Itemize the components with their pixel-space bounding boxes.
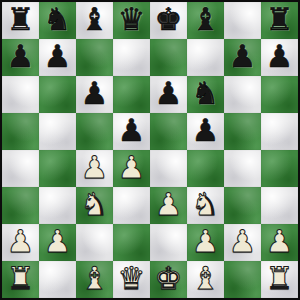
- square-c4[interactable]: ♟: [76, 150, 113, 187]
- square-b8[interactable]: ♞: [39, 2, 76, 39]
- piece-black-rook[interactable]: ♜: [266, 2, 294, 38]
- piece-black-pawn[interactable]: ♟: [81, 76, 109, 112]
- square-e6[interactable]: ♟: [150, 76, 187, 113]
- square-e3[interactable]: ♟: [150, 187, 187, 224]
- square-g6[interactable]: [224, 76, 261, 113]
- square-f5[interactable]: ♟: [187, 113, 224, 150]
- square-d3[interactable]: [113, 187, 150, 224]
- chess-board-frame: ♜♞♝♛♚♝♜♟♟♟♟♟♟♞♟♟♟♟♞♟♞♟♟♟♟♟♜♝♛♚♝♜: [0, 0, 300, 300]
- square-a7[interactable]: ♟: [2, 39, 39, 76]
- square-g8[interactable]: [224, 2, 261, 39]
- piece-black-bishop[interactable]: ♝: [81, 2, 109, 38]
- square-f7[interactable]: [187, 39, 224, 76]
- chess-board: ♜♞♝♛♚♝♜♟♟♟♟♟♟♞♟♟♟♟♞♟♞♟♟♟♟♟♜♝♛♚♝♜: [2, 2, 298, 298]
- square-c8[interactable]: ♝: [76, 2, 113, 39]
- piece-white-king[interactable]: ♚: [155, 261, 183, 297]
- square-g7[interactable]: ♟: [224, 39, 261, 76]
- square-h7[interactable]: ♟: [261, 39, 298, 76]
- square-d2[interactable]: [113, 224, 150, 261]
- square-a3[interactable]: [2, 187, 39, 224]
- square-c3[interactable]: ♞: [76, 187, 113, 224]
- square-a8[interactable]: ♜: [2, 2, 39, 39]
- piece-white-pawn[interactable]: ♟: [7, 224, 35, 260]
- square-g3[interactable]: [224, 187, 261, 224]
- square-h6[interactable]: [261, 76, 298, 113]
- piece-black-rook[interactable]: ♜: [7, 2, 35, 38]
- square-f6[interactable]: ♞: [187, 76, 224, 113]
- piece-white-pawn[interactable]: ♟: [118, 150, 146, 186]
- square-d6[interactable]: [113, 76, 150, 113]
- piece-white-knight[interactable]: ♞: [192, 187, 220, 223]
- square-b3[interactable]: [39, 187, 76, 224]
- piece-black-king[interactable]: ♚: [155, 2, 183, 38]
- square-g4[interactable]: [224, 150, 261, 187]
- square-c2[interactable]: [76, 224, 113, 261]
- square-f1[interactable]: ♝: [187, 261, 224, 298]
- square-c5[interactable]: [76, 113, 113, 150]
- piece-black-pawn[interactable]: ♟: [229, 39, 257, 75]
- square-h1[interactable]: ♜: [261, 261, 298, 298]
- square-f2[interactable]: ♟: [187, 224, 224, 261]
- square-d8[interactable]: ♛: [113, 2, 150, 39]
- square-b1[interactable]: [39, 261, 76, 298]
- square-b7[interactable]: ♟: [39, 39, 76, 76]
- square-d4[interactable]: ♟: [113, 150, 150, 187]
- square-h5[interactable]: [261, 113, 298, 150]
- square-h8[interactable]: ♜: [261, 2, 298, 39]
- piece-white-pawn[interactable]: ♟: [155, 187, 183, 223]
- piece-white-bishop[interactable]: ♝: [192, 261, 220, 297]
- square-h2[interactable]: ♟: [261, 224, 298, 261]
- square-a6[interactable]: [2, 76, 39, 113]
- piece-black-pawn[interactable]: ♟: [44, 39, 72, 75]
- square-d1[interactable]: ♛: [113, 261, 150, 298]
- square-a4[interactable]: [2, 150, 39, 187]
- piece-white-bishop[interactable]: ♝: [81, 261, 109, 297]
- piece-white-pawn[interactable]: ♟: [192, 224, 220, 260]
- piece-white-knight[interactable]: ♞: [81, 187, 109, 223]
- piece-black-pawn[interactable]: ♟: [118, 113, 146, 149]
- square-e8[interactable]: ♚: [150, 2, 187, 39]
- square-c7[interactable]: [76, 39, 113, 76]
- square-d5[interactable]: ♟: [113, 113, 150, 150]
- square-c1[interactable]: ♝: [76, 261, 113, 298]
- piece-black-pawn[interactable]: ♟: [266, 39, 294, 75]
- piece-black-knight[interactable]: ♞: [44, 2, 72, 38]
- square-h4[interactable]: [261, 150, 298, 187]
- square-a5[interactable]: [2, 113, 39, 150]
- piece-white-pawn[interactable]: ♟: [44, 224, 72, 260]
- square-a1[interactable]: ♜: [2, 261, 39, 298]
- square-b6[interactable]: [39, 76, 76, 113]
- piece-white-pawn[interactable]: ♟: [266, 224, 294, 260]
- square-b4[interactable]: [39, 150, 76, 187]
- piece-black-pawn[interactable]: ♟: [7, 39, 35, 75]
- square-g2[interactable]: ♟: [224, 224, 261, 261]
- square-e1[interactable]: ♚: [150, 261, 187, 298]
- piece-black-bishop[interactable]: ♝: [192, 2, 220, 38]
- piece-white-rook[interactable]: ♜: [266, 261, 294, 297]
- square-g1[interactable]: [224, 261, 261, 298]
- piece-white-queen[interactable]: ♛: [118, 261, 146, 297]
- square-e4[interactable]: [150, 150, 187, 187]
- square-h3[interactable]: [261, 187, 298, 224]
- square-d7[interactable]: [113, 39, 150, 76]
- square-c6[interactable]: ♟: [76, 76, 113, 113]
- square-e2[interactable]: [150, 224, 187, 261]
- piece-white-pawn[interactable]: ♟: [229, 224, 257, 260]
- piece-black-queen[interactable]: ♛: [118, 2, 146, 38]
- square-e7[interactable]: [150, 39, 187, 76]
- square-f8[interactable]: ♝: [187, 2, 224, 39]
- square-e5[interactable]: [150, 113, 187, 150]
- square-b5[interactable]: [39, 113, 76, 150]
- piece-black-knight[interactable]: ♞: [192, 76, 220, 112]
- square-b2[interactable]: ♟: [39, 224, 76, 261]
- piece-black-pawn[interactable]: ♟: [155, 76, 183, 112]
- square-a2[interactable]: ♟: [2, 224, 39, 261]
- piece-white-rook[interactable]: ♜: [7, 261, 35, 297]
- square-f3[interactable]: ♞: [187, 187, 224, 224]
- piece-black-pawn[interactable]: ♟: [192, 113, 220, 149]
- square-f4[interactable]: [187, 150, 224, 187]
- square-g5[interactable]: [224, 113, 261, 150]
- piece-white-pawn[interactable]: ♟: [81, 150, 109, 186]
